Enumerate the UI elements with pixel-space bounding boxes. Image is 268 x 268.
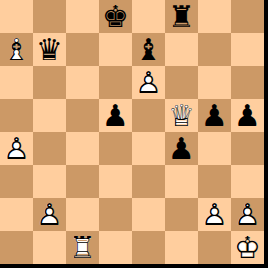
square-b3[interactable] [33,165,66,198]
queen-outline: ♕ [165,99,198,132]
square-b2[interactable]: ♟♙ [33,198,66,231]
white-rook[interactable]: ♜♖ [66,231,99,264]
black-pawn[interactable]: ♟ [99,99,132,132]
square-d6[interactable] [99,66,132,99]
square-g4[interactable] [198,132,231,165]
square-a7[interactable]: ♝♗ [0,33,33,66]
square-d4[interactable] [99,132,132,165]
square-g3[interactable] [198,165,231,198]
square-b5[interactable] [33,99,66,132]
black-pawn[interactable]: ♟ [198,99,231,132]
chess-board-frame: ♚♜♝♗♛♝♟♙♟♛♕♟♟♟♙♟♟♙♟♙♟♙♜♖♚♔ [0,0,268,268]
pawn-outline: ♙ [132,66,165,99]
pawn-outline: ♙ [0,132,33,165]
square-d5[interactable]: ♟ [99,99,132,132]
square-f7[interactable] [165,33,198,66]
square-d1[interactable] [99,231,132,264]
square-a6[interactable] [0,66,33,99]
square-e7[interactable]: ♝ [132,33,165,66]
black-rook[interactable]: ♜ [165,0,198,33]
square-h7[interactable] [231,33,264,66]
square-d7[interactable] [99,33,132,66]
square-a3[interactable] [0,165,33,198]
square-g5[interactable]: ♟ [198,99,231,132]
square-h2[interactable]: ♟♙ [231,198,264,231]
square-a2[interactable] [0,198,33,231]
square-h5[interactable]: ♟ [231,99,264,132]
square-h4[interactable] [231,132,264,165]
white-queen[interactable]: ♛♕ [165,99,198,132]
square-c8[interactable] [66,0,99,33]
square-e2[interactable] [132,198,165,231]
square-c3[interactable] [66,165,99,198]
white-pawn[interactable]: ♟♙ [132,66,165,99]
square-a1[interactable] [0,231,33,264]
white-bishop[interactable]: ♝♗ [0,33,33,66]
square-a5[interactable] [0,99,33,132]
square-d8[interactable]: ♚ [99,0,132,33]
square-h3[interactable] [231,165,264,198]
square-f1[interactable] [165,231,198,264]
pawn-outline: ♙ [231,198,264,231]
square-d3[interactable] [99,165,132,198]
black-bishop[interactable]: ♝ [132,33,165,66]
square-g8[interactable] [198,0,231,33]
black-pawn[interactable]: ♟ [231,99,264,132]
square-g1[interactable] [198,231,231,264]
square-h8[interactable] [231,0,264,33]
square-f2[interactable] [165,198,198,231]
square-e5[interactable] [132,99,165,132]
square-f8[interactable]: ♜ [165,0,198,33]
square-f3[interactable] [165,165,198,198]
square-c4[interactable] [66,132,99,165]
white-pawn[interactable]: ♟♙ [33,198,66,231]
square-g2[interactable]: ♟♙ [198,198,231,231]
square-b1[interactable] [33,231,66,264]
black-pawn[interactable]: ♟ [165,132,198,165]
square-h6[interactable] [231,66,264,99]
square-a4[interactable]: ♟♙ [0,132,33,165]
square-e3[interactable] [132,165,165,198]
pawn-outline: ♙ [198,198,231,231]
square-f6[interactable] [165,66,198,99]
square-d2[interactable] [99,198,132,231]
white-pawn[interactable]: ♟♙ [231,198,264,231]
pawn-outline: ♙ [33,198,66,231]
white-pawn[interactable]: ♟♙ [0,132,33,165]
square-h1[interactable]: ♚♔ [231,231,264,264]
chess-board: ♚♜♝♗♛♝♟♙♟♛♕♟♟♟♙♟♟♙♟♙♟♙♜♖♚♔ [0,0,264,264]
square-e4[interactable] [132,132,165,165]
square-a8[interactable] [0,0,33,33]
square-c6[interactable] [66,66,99,99]
black-king[interactable]: ♚ [99,0,132,33]
square-c2[interactable] [66,198,99,231]
rook-outline: ♖ [66,231,99,264]
square-c5[interactable] [66,99,99,132]
square-b7[interactable]: ♛ [33,33,66,66]
square-g7[interactable] [198,33,231,66]
square-e6[interactable]: ♟♙ [132,66,165,99]
white-king[interactable]: ♚♔ [231,231,264,264]
square-b4[interactable] [33,132,66,165]
square-b6[interactable] [33,66,66,99]
white-pawn[interactable]: ♟♙ [198,198,231,231]
square-g6[interactable] [198,66,231,99]
square-e1[interactable] [132,231,165,264]
square-c1[interactable]: ♜♖ [66,231,99,264]
square-c7[interactable] [66,33,99,66]
square-b8[interactable] [33,0,66,33]
square-e8[interactable] [132,0,165,33]
square-f5[interactable]: ♛♕ [165,99,198,132]
square-f4[interactable]: ♟ [165,132,198,165]
king-outline: ♔ [231,231,264,264]
bishop-outline: ♗ [0,33,33,66]
black-queen[interactable]: ♛ [33,33,66,66]
